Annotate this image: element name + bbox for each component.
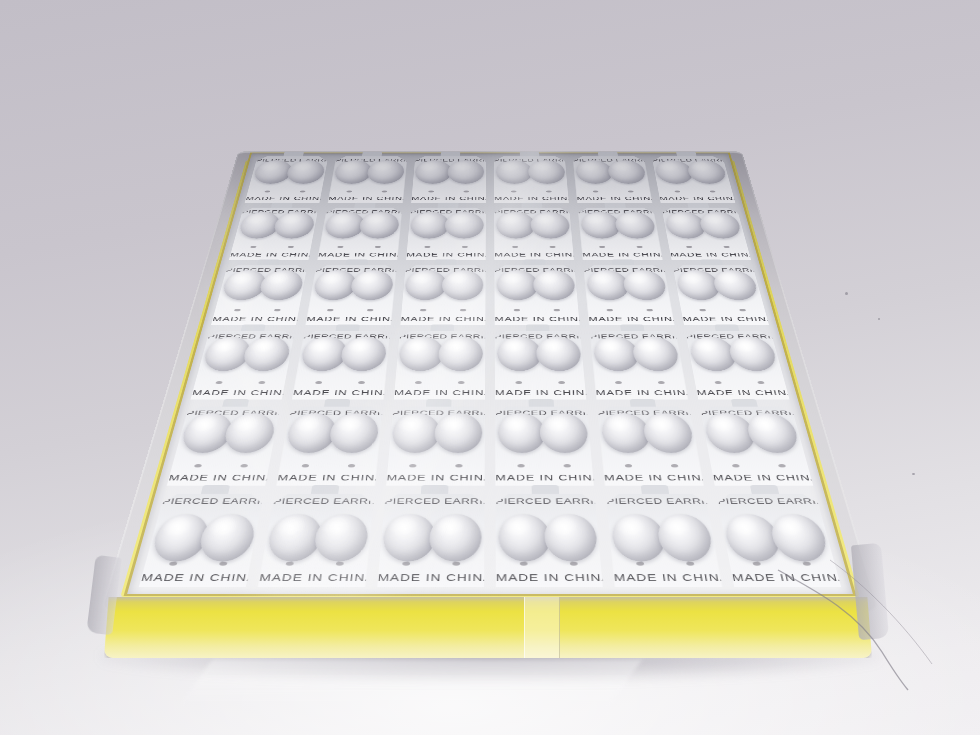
pearl-stud-right bbox=[622, 270, 668, 300]
pearl-pair bbox=[584, 270, 670, 300]
pearl-stud-right bbox=[607, 160, 647, 184]
card-bottom-label: MADE IN CHINA bbox=[377, 572, 484, 583]
earring-posts bbox=[330, 190, 404, 192]
pearl-pair bbox=[408, 212, 486, 239]
earring-card: PIERCED EARRINGSMADE IN CHINA bbox=[661, 208, 751, 260]
tray-slot: PIERCED EARRINGSMADE IN CHINA bbox=[229, 208, 319, 260]
card-bottom-label: MADE IN CHINA bbox=[659, 196, 735, 201]
earring-posts bbox=[395, 381, 485, 384]
card-top-label: PIERCED EARRINGS bbox=[495, 497, 595, 506]
pearl-pair bbox=[262, 514, 372, 562]
earring-card: PIERCED EARRINGSMADE IN CHINA bbox=[494, 156, 569, 202]
earring-posts bbox=[248, 190, 322, 192]
pearl-pair bbox=[652, 160, 730, 184]
tray-slot: PIERCED EARRINGSMADE IN CHINA bbox=[317, 208, 402, 260]
earring-card: PIERCED EARRINGSMADE IN CHINA bbox=[276, 406, 382, 485]
pearl-pair bbox=[176, 413, 280, 453]
pearl-stud-right bbox=[727, 337, 780, 372]
earring-posts bbox=[215, 309, 300, 312]
pearl-stud-right bbox=[631, 337, 681, 372]
tray-slot: PIERCED EARRINGSMADE IN CHINA bbox=[661, 208, 751, 260]
earring-posts bbox=[232, 246, 311, 248]
card-bottom-label: MADE IN CHINA bbox=[400, 316, 485, 323]
floor-reflection bbox=[178, 660, 642, 708]
card-bottom-label: MADE IN CHINA bbox=[259, 572, 367, 583]
pearl-stud-right bbox=[366, 160, 405, 184]
earring-posts bbox=[581, 246, 660, 248]
earring-card: PIERCED EARRINGSMADE IN CHINA bbox=[191, 331, 296, 399]
card-bottom-label: MADE IN CHINA bbox=[318, 252, 398, 258]
earring-card: PIERCED EARRINGSMADE IN CHINA bbox=[494, 208, 574, 260]
earring-card: PIERCED EARRINGSMADE IN CHINA bbox=[699, 406, 813, 485]
pearl-pair bbox=[573, 160, 649, 184]
earring-card: PIERCED EARRINGSMADE IN CHINA bbox=[292, 331, 390, 399]
card-bottom-label: MADE IN CHINA bbox=[191, 389, 284, 397]
earring-card: PIERCED EARRINGSMADE IN CHINA bbox=[495, 406, 594, 485]
earring-posts bbox=[145, 562, 251, 566]
earring-card: PIERCED EARRINGSMADE IN CHINA bbox=[573, 156, 652, 202]
tray-slot: PIERCED EARRINGSMADE IN CHINA bbox=[406, 208, 486, 260]
pearl-pair bbox=[198, 337, 294, 372]
card-top-label: PIERCED EARRINGS bbox=[273, 497, 374, 506]
pearl-pair bbox=[686, 337, 782, 372]
pearl-stud-right bbox=[221, 413, 277, 453]
pearl-pair bbox=[218, 270, 307, 300]
card-bottom-label: MADE IN CHINA bbox=[670, 252, 751, 258]
pearl-stud-right bbox=[240, 337, 291, 372]
tray-slot: PIERCED EARRINGSMADE IN CHINA bbox=[494, 208, 574, 260]
pearl-stud-right bbox=[312, 514, 370, 562]
pearl-pair bbox=[494, 212, 572, 239]
pearl-pair bbox=[578, 212, 659, 239]
pearl-pair bbox=[402, 270, 485, 300]
tray-slot: PIERCED EARRINGSMADE IN CHINA bbox=[328, 156, 407, 202]
tray-slot: PIERCED EARRINGSMADE IN CHINA bbox=[590, 331, 688, 399]
card-bottom-label: MADE IN CHINA bbox=[293, 389, 385, 397]
earring-posts bbox=[379, 562, 484, 566]
earring-posts bbox=[694, 381, 785, 384]
pearl-pair bbox=[608, 514, 718, 562]
tray-slot: PIERCED EARRINGSMADE IN CHINA bbox=[573, 156, 652, 202]
earring-card: PIERCED EARRINGSMADE IN CHINA bbox=[578, 208, 663, 260]
earring-card: PIERCED EARRINGSMADE IN CHINA bbox=[317, 208, 402, 260]
pearl-stud-right bbox=[339, 337, 387, 372]
earring-posts bbox=[295, 381, 385, 384]
pearl-stud-right bbox=[614, 212, 657, 239]
earring-card: PIERCED EARRINGSMADE IN CHINA bbox=[590, 331, 688, 399]
earring-card: PIERCED EARRINGSMADE IN CHINA bbox=[211, 265, 308, 325]
pearl-stud-left bbox=[497, 337, 542, 372]
earring-posts bbox=[669, 246, 748, 248]
tray-slot: PIERCED EARRINGSMADE IN CHINA bbox=[578, 208, 663, 260]
earring-posts bbox=[280, 464, 378, 467]
stray-fiber bbox=[770, 552, 960, 702]
pearl-stud-right bbox=[328, 413, 380, 453]
tray-slot: PIERCED EARRINGSMADE IN CHINA bbox=[597, 406, 703, 485]
card-bottom-label: MADE IN CHINA bbox=[306, 316, 392, 323]
earring-card: PIERCED EARRINGSMADE IN CHINA bbox=[139, 494, 264, 587]
tray-slot: PIERCED EARRINGSMADE IN CHINA bbox=[672, 265, 769, 325]
tray-slot: PIERCED EARRINGSMADE IN CHINA bbox=[191, 331, 296, 399]
earring-posts bbox=[612, 562, 718, 566]
pearl-stud-left bbox=[496, 212, 535, 239]
earring-card: PIERCED EARRINGSMADE IN CHINA bbox=[306, 265, 397, 325]
earring-card: PIERCED EARRINGSMADE IN CHINA bbox=[258, 494, 374, 587]
pearl-pair bbox=[379, 514, 484, 562]
pearl-stud-right bbox=[438, 337, 483, 372]
pearl-pair bbox=[494, 160, 567, 184]
pearl-pair bbox=[396, 337, 485, 372]
dust-speck bbox=[912, 473, 915, 475]
white-display-tray: PIERCED EARRINGSMADE IN CHINAPIERCED EAR… bbox=[127, 153, 853, 593]
tray-slot: PIERCED EARRINGSMADE IN CHINA bbox=[494, 265, 579, 325]
card-bottom-label: MADE IN CHINA bbox=[168, 473, 268, 482]
card-top-label: PIERCED EARRINGS bbox=[161, 497, 263, 506]
card-bottom-label: MADE IN CHINA bbox=[588, 316, 674, 323]
earring-card: PIERCED EARRINGSMADE IN CHINA bbox=[245, 156, 329, 202]
tray-slot: PIERCED EARRINGSMADE IN CHINA bbox=[606, 494, 722, 587]
card-bottom-label: MADE IN CHINA bbox=[696, 389, 789, 397]
dust-speck bbox=[845, 292, 848, 295]
tray-slot: PIERCED EARRINGSMADE IN CHINA bbox=[495, 331, 587, 399]
tray-slot: PIERCED EARRINGSMADE IN CHINA bbox=[292, 331, 390, 399]
earring-posts bbox=[262, 562, 368, 566]
tray-slot: PIERCED EARRINGSMADE IN CHINA bbox=[495, 406, 594, 485]
tray-slot: PIERCED EARRINGSMADE IN CHINA bbox=[167, 406, 281, 485]
earring-posts bbox=[195, 381, 286, 384]
pearl-stud-left bbox=[414, 160, 452, 184]
pearl-stud-right bbox=[528, 160, 566, 184]
pearl-pair bbox=[235, 212, 318, 239]
pearl-stud-left bbox=[410, 212, 450, 239]
pearl-stud-right bbox=[539, 413, 589, 453]
earring-card: PIERCED EARRINGSMADE IN CHINA bbox=[606, 494, 722, 587]
earring-posts bbox=[412, 190, 486, 192]
card-bottom-label: MADE IN CHINA bbox=[394, 389, 485, 397]
earring-posts bbox=[495, 309, 579, 312]
pearl-pair bbox=[389, 413, 485, 453]
card-bottom-label: MADE IN CHINA bbox=[386, 473, 484, 482]
pearl-pair bbox=[495, 337, 584, 372]
tray-slot: PIERCED EARRINGSMADE IN CHINA bbox=[377, 494, 485, 587]
pearl-stud-right bbox=[349, 270, 394, 300]
card-bottom-label: MADE IN CHINA bbox=[411, 196, 486, 201]
earring-posts bbox=[495, 381, 585, 384]
earring-card: PIERCED EARRINGSMADE IN CHINA bbox=[229, 208, 319, 260]
tray-slot: PIERCED EARRINGSMADE IN CHINA bbox=[306, 265, 397, 325]
pearl-stud-right bbox=[530, 212, 570, 239]
pearl-stud-left bbox=[398, 337, 444, 372]
card-bottom-label: MADE IN CHINA bbox=[406, 252, 486, 258]
card-bottom-label: MADE IN CHINA bbox=[495, 473, 593, 482]
card-bottom-label: MADE IN CHINA bbox=[140, 572, 249, 583]
earring-card: PIERCED EARRINGSMADE IN CHINA bbox=[672, 265, 769, 325]
tray-slot: PIERCED EARRINGSMADE IN CHINA bbox=[685, 331, 790, 399]
earring-posts bbox=[407, 246, 486, 248]
card-bottom-label: MADE IN CHINA bbox=[494, 252, 574, 258]
pearl-pair bbox=[673, 270, 762, 300]
tray-slot: PIERCED EARRINGSMADE IN CHINA bbox=[245, 156, 329, 202]
pearl-pair bbox=[321, 212, 402, 239]
card-bottom-label: MADE IN CHINA bbox=[577, 196, 652, 201]
card-bottom-label: MADE IN CHINA bbox=[230, 252, 311, 258]
card-bottom-label: MADE IN CHINA bbox=[495, 389, 586, 397]
pearl-stud-right bbox=[535, 337, 581, 372]
pearl-pair bbox=[250, 160, 328, 184]
tray-slot: PIERCED EARRINGSMADE IN CHINA bbox=[411, 156, 486, 202]
card-bottom-label: MADE IN CHINA bbox=[496, 572, 603, 583]
earring-card: PIERCED EARRINGSMADE IN CHINA bbox=[386, 406, 485, 485]
pearl-pair bbox=[496, 514, 601, 562]
pearl-pair bbox=[282, 413, 382, 453]
card-bottom-label: MADE IN CHINA bbox=[494, 196, 569, 201]
pearl-stud-right bbox=[257, 270, 305, 300]
earring-card: PIERCED EARRINGSMADE IN CHINA bbox=[167, 406, 281, 485]
pearl-stud-right bbox=[532, 270, 575, 300]
earring-posts bbox=[595, 381, 685, 384]
earring-card: PIERCED EARRINGSMADE IN CHINA bbox=[495, 494, 603, 587]
card-bottom-label: MADE IN CHINA bbox=[682, 316, 768, 323]
pearl-stud-right bbox=[656, 514, 715, 562]
tray-slot: PIERCED EARRINGSMADE IN CHINA bbox=[276, 406, 382, 485]
card-top-label: PIERCED EARRINGS bbox=[717, 497, 819, 506]
pearl-stud-right bbox=[429, 514, 482, 562]
tray-slot: PIERCED EARRINGSMADE IN CHINA bbox=[211, 265, 308, 325]
card-top-label: PIERCED EARRINGS bbox=[384, 497, 484, 506]
pearl-pair bbox=[590, 337, 682, 372]
pearl-stud-left bbox=[391, 413, 441, 453]
earring-posts bbox=[603, 464, 701, 467]
tray-slot: PIERCED EARRINGSMADE IN CHINA bbox=[699, 406, 813, 485]
tray-slot: PIERCED EARRINGSMADE IN CHINA bbox=[495, 494, 603, 587]
tape-strip bbox=[524, 597, 560, 659]
earring-card: PIERCED EARRINGSMADE IN CHINA bbox=[394, 331, 486, 399]
earring-card: PIERCED EARRINGSMADE IN CHINA bbox=[377, 494, 485, 587]
card-bottom-label: MADE IN CHINA bbox=[582, 252, 662, 258]
earring-posts bbox=[681, 309, 766, 312]
pearl-pair bbox=[598, 413, 698, 453]
tray-slot: PIERCED EARRINGSMADE IN CHINA bbox=[258, 494, 374, 587]
pearl-stud-right bbox=[358, 212, 400, 239]
card-bottom-label: MADE IN CHINA bbox=[604, 473, 703, 482]
tray-slot: PIERCED EARRINGSMADE IN CHINA bbox=[652, 156, 736, 202]
card-bottom-label: MADE IN CHINA bbox=[712, 473, 812, 482]
card-bottom-label: MADE IN CHINA bbox=[495, 316, 580, 323]
earring-posts bbox=[576, 190, 650, 192]
pearl-stud-right bbox=[543, 514, 598, 562]
earring-posts bbox=[494, 190, 568, 192]
pearl-stud-right bbox=[447, 160, 484, 184]
dust-speck bbox=[878, 318, 880, 320]
pearl-pair bbox=[146, 514, 260, 562]
tray-slot: PIERCED EARRINGSMADE IN CHINA bbox=[394, 331, 486, 399]
earring-posts bbox=[320, 246, 399, 248]
pearl-pair bbox=[494, 270, 577, 300]
earring-card: PIERCED EARRINGSMADE IN CHINA bbox=[597, 406, 703, 485]
tray-slot: PIERCED EARRINGSMADE IN CHINA bbox=[139, 494, 264, 587]
box-front-face bbox=[104, 597, 872, 658]
pearl-stud-right bbox=[445, 212, 484, 239]
card-bottom-label: MADE IN CHINA bbox=[245, 196, 321, 201]
earring-posts bbox=[494, 246, 573, 248]
earring-posts bbox=[387, 464, 484, 467]
earring-card: PIERCED EARRINGSMADE IN CHINA bbox=[406, 208, 486, 260]
tray-slot: PIERCED EARRINGSMADE IN CHINA bbox=[386, 406, 485, 485]
pearl-stud-right bbox=[711, 270, 760, 300]
pearl-stud-right bbox=[698, 212, 743, 239]
card-bottom-label: MADE IN CHINA bbox=[613, 572, 721, 583]
earring-card: PIERCED EARRINGSMADE IN CHINA bbox=[685, 331, 790, 399]
earring-posts bbox=[495, 464, 592, 467]
pearl-pair bbox=[413, 160, 486, 184]
pearl-stud-right bbox=[434, 413, 483, 453]
pearl-stud-right bbox=[744, 413, 801, 453]
card-top-label: PIERCED EARRINGS bbox=[606, 497, 707, 506]
pearl-pair bbox=[701, 413, 805, 453]
earring-posts bbox=[588, 309, 672, 312]
pearl-stud-left bbox=[496, 160, 533, 184]
pearl-stud-left bbox=[404, 270, 447, 300]
pearl-stud-left bbox=[497, 413, 546, 453]
earring-card: PIERCED EARRINGSMADE IN CHINA bbox=[583, 265, 674, 325]
pearl-stud-right bbox=[642, 413, 696, 453]
pearl-stud-right bbox=[272, 212, 316, 239]
earring-posts bbox=[401, 309, 485, 312]
earring-posts bbox=[308, 309, 392, 312]
pearl-stud-left bbox=[382, 514, 437, 562]
pearl-pair bbox=[331, 160, 407, 184]
earring-card: PIERCED EARRINGSMADE IN CHINA bbox=[652, 156, 736, 202]
earring-card: PIERCED EARRINGSMADE IN CHINA bbox=[494, 265, 579, 325]
card-bottom-label: MADE IN CHINA bbox=[212, 316, 298, 323]
tray-slot: PIERCED EARRINGSMADE IN CHINA bbox=[494, 156, 569, 202]
earring-card: PIERCED EARRINGSMADE IN CHINA bbox=[495, 331, 587, 399]
earring-display-box: PIERCED EARRINGSMADE IN CHINAPIERCED EAR… bbox=[100, 151, 880, 612]
tray-slot: PIERCED EARRINGSMADE IN CHINA bbox=[400, 265, 485, 325]
earring-posts bbox=[710, 464, 808, 467]
earring-card: PIERCED EARRINGSMADE IN CHINA bbox=[411, 156, 486, 202]
earring-card: PIERCED EARRINGSMADE IN CHINA bbox=[328, 156, 407, 202]
earring-posts bbox=[496, 562, 601, 566]
card-grid: PIERCED EARRINGSMADE IN CHINAPIERCED EAR… bbox=[127, 153, 853, 593]
pearl-stud-left bbox=[496, 270, 538, 300]
card-bottom-label: MADE IN CHINA bbox=[595, 389, 687, 397]
pearl-stud-right bbox=[285, 160, 326, 184]
pearl-pair bbox=[297, 337, 389, 372]
pearl-pair bbox=[662, 212, 745, 239]
pearl-stud-right bbox=[686, 160, 728, 184]
card-bottom-label: MADE IN CHINA bbox=[328, 196, 403, 201]
card-bottom-label: MADE IN CHINA bbox=[277, 473, 376, 482]
pearl-pair bbox=[495, 413, 591, 453]
pearl-pair bbox=[310, 270, 396, 300]
earring-posts bbox=[172, 464, 270, 467]
earring-card: PIERCED EARRINGSMADE IN CHINA bbox=[400, 265, 485, 325]
pearl-stud-left bbox=[498, 514, 551, 562]
pearl-stud-right bbox=[442, 270, 484, 300]
tray-slot: PIERCED EARRINGSMADE IN CHINA bbox=[583, 265, 674, 325]
photo-backdrop: PIERCED EARRINGSMADE IN CHINAPIERCED EAR… bbox=[0, 0, 980, 735]
earring-posts bbox=[658, 190, 732, 192]
